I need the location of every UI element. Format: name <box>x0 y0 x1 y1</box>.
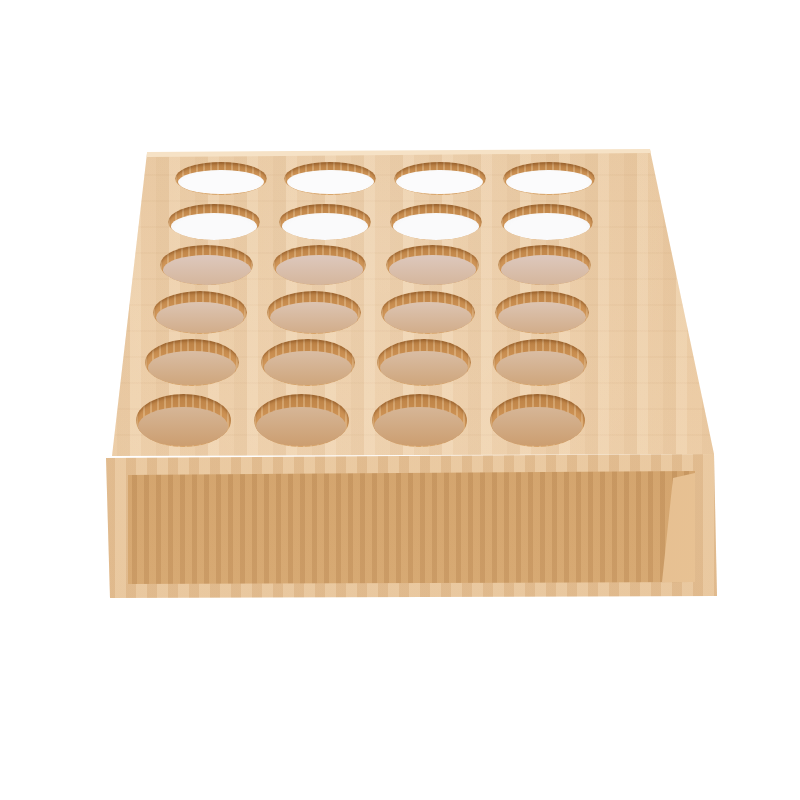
hole-shelf-bottom <box>496 351 584 386</box>
hole-shelf-bottom <box>270 302 358 334</box>
hole-cell-r5c4 <box>482 339 598 386</box>
hole-see-through-opening <box>396 170 482 194</box>
hole-cell-r2c1 <box>159 204 270 240</box>
hole-row-6 <box>124 394 596 447</box>
pod-hole-r3c1 <box>160 245 253 285</box>
hole-cell-r1c2 <box>276 162 385 195</box>
hole-see-through-opening <box>506 170 592 194</box>
pod-hole-r4c2 <box>267 291 361 334</box>
hole-see-through-opening <box>287 170 373 194</box>
hole-cell-r3c1 <box>151 245 264 285</box>
hole-cell-r6c3 <box>360 394 478 447</box>
hole-cell-r5c1 <box>134 339 250 386</box>
hole-cell-r4c1 <box>143 291 257 334</box>
hole-cell-r4c4 <box>485 291 599 334</box>
pod-hole-r4c3 <box>381 291 475 334</box>
hole-shelf-bottom <box>148 351 236 386</box>
hole-cell-r2c3 <box>381 204 492 240</box>
hole-shelf-bottom <box>498 302 586 334</box>
pod-hole-r6c1 <box>136 394 231 447</box>
pod-hole-r6c3 <box>372 394 467 447</box>
hole-see-through-opening <box>393 213 479 240</box>
hole-shelf-bottom <box>492 407 581 446</box>
pod-hole-r5c2 <box>261 339 355 386</box>
hole-row-3 <box>151 245 602 285</box>
hole-cell-r4c3 <box>371 291 485 334</box>
hole-cell-r6c2 <box>242 394 360 447</box>
hole-see-through-opening <box>282 213 368 240</box>
hole-shelf-bottom <box>501 255 588 285</box>
hole-shelf-bottom <box>138 407 227 446</box>
pod-hole-r5c4 <box>493 339 587 386</box>
hole-cell-r6c1 <box>124 394 242 447</box>
pod-hole-r5c3 <box>377 339 471 386</box>
pod-hole-r5c1 <box>145 339 239 386</box>
hole-row-2 <box>159 204 603 240</box>
hole-see-through-opening <box>178 170 264 194</box>
hole-shelf-bottom <box>384 302 472 334</box>
pod-hole-r1c3 <box>394 162 486 195</box>
hole-cell-r3c3 <box>376 245 489 285</box>
pod-hole-r1c4 <box>503 162 595 195</box>
pod-hole-r4c4 <box>495 291 589 334</box>
hole-cell-r5c3 <box>366 339 482 386</box>
hole-shelf-bottom <box>389 255 476 285</box>
pod-hole-r3c2 <box>273 245 366 285</box>
pod-hole-r6c2 <box>254 394 349 447</box>
hole-cell-r3c2 <box>263 245 376 285</box>
hole-shelf-bottom <box>264 351 352 386</box>
hole-row-5 <box>134 339 598 386</box>
hole-cell-r3c4 <box>489 245 602 285</box>
hole-row-4 <box>143 291 599 334</box>
hole-cell-r5c2 <box>250 339 366 386</box>
hole-cell-r1c1 <box>166 162 275 195</box>
pod-hole-r3c3 <box>386 245 479 285</box>
pod-hole-r2c4 <box>501 204 593 240</box>
hole-grid <box>0 0 800 800</box>
hole-cell-r4c2 <box>257 291 371 334</box>
pod-hole-r4c1 <box>153 291 247 334</box>
pod-hole-r2c3 <box>390 204 482 240</box>
hole-shelf-bottom <box>374 407 463 446</box>
pod-hole-r1c2 <box>284 162 376 195</box>
pod-hole-r2c1 <box>168 204 260 240</box>
hole-see-through-opening <box>504 213 590 240</box>
hole-cell-r1c4 <box>494 162 603 195</box>
hole-cell-r1c3 <box>385 162 494 195</box>
pod-hole-r6c4 <box>490 394 585 447</box>
hole-see-through-opening <box>171 213 257 240</box>
hole-shelf-bottom <box>156 302 244 334</box>
hole-shelf-bottom <box>276 255 363 285</box>
pod-hole-r2c2 <box>279 204 371 240</box>
hole-cell-r2c2 <box>270 204 381 240</box>
hole-cell-r6c4 <box>478 394 596 447</box>
hole-cell-r2c4 <box>492 204 603 240</box>
hole-shelf-bottom <box>380 351 468 386</box>
hole-shelf-bottom <box>163 255 250 285</box>
pod-hole-r3c4 <box>498 245 591 285</box>
hole-shelf-bottom <box>256 407 345 446</box>
product-photo-bamboo-pod-tray <box>0 0 800 800</box>
hole-row-1 <box>166 162 603 195</box>
pod-hole-r1c1 <box>175 162 267 195</box>
